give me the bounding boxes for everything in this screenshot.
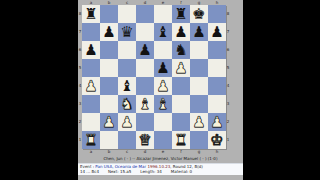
piece-black-pawn: ♟ — [102, 23, 115, 41]
letterbox-right — [243, 0, 320, 180]
rank-label-3: 3 — [226, 95, 230, 113]
rank-label-1: 1 — [226, 131, 230, 149]
piece-black-king: ♚ — [192, 5, 205, 23]
square-c5 — [118, 59, 136, 77]
square-d8 — [136, 5, 154, 23]
rank-labels-right: 87654321 — [226, 5, 230, 149]
square-h4 — [208, 77, 226, 95]
square-d7 — [136, 23, 154, 41]
square-e4: ♟ — [154, 77, 172, 95]
piece-white-pawn: ♟ — [174, 59, 187, 77]
piece-white-bishop: ♝ — [138, 95, 151, 113]
square-d1: ♛ — [136, 131, 154, 149]
square-e6 — [154, 41, 172, 59]
file-label-f: f — [172, 149, 190, 155]
next-move: Next: 15.a5 — [108, 169, 131, 174]
square-g3 — [190, 95, 208, 113]
square-f1: ♜ — [172, 131, 190, 149]
piece-white-queen: ♛ — [138, 131, 151, 149]
square-a6: ♟ — [82, 41, 100, 59]
piece-white-knight: ♞ — [120, 95, 133, 113]
square-a8: ♜ — [82, 5, 100, 23]
square-g4 — [190, 77, 208, 95]
square-a3 — [82, 95, 100, 113]
piece-white-pawn: ♟ — [102, 113, 115, 131]
file-label-e: e — [154, 149, 172, 155]
piece-white-king: ♚ — [210, 131, 223, 149]
square-g8: ♚ — [190, 5, 208, 23]
rank-label-6: 6 — [226, 41, 230, 59]
square-e1 — [154, 131, 172, 149]
rank-label-8: 8 — [226, 5, 230, 23]
square-f2 — [172, 113, 190, 131]
piece-black-pawn: ♟ — [84, 41, 97, 59]
square-f3 — [172, 95, 190, 113]
move-played: 14 ... Bc4 — [80, 169, 99, 174]
board-grid: ♜♜♚♟♛♝♟♟♟♟♟♞♟♟♟♝♟♞♝♝♟♟♟♟♜♛♜♚ — [82, 5, 226, 149]
file-labels-bottom: abcdefgh — [82, 149, 226, 155]
square-c6 — [118, 41, 136, 59]
square-d5 — [136, 59, 154, 77]
square-g1 — [190, 131, 208, 149]
letterbox-left — [0, 0, 78, 180]
video-frame: abcdefgh 87654321 ♜♜♚♟♛♝♟♟♟♟♟♞♟♟♟♝♟♞♝♝♟♟… — [0, 0, 320, 180]
rank-label-4: 4 — [226, 77, 230, 95]
square-e3: ♝ — [154, 95, 172, 113]
square-e5: ♟ — [154, 59, 172, 77]
square-b5 — [100, 59, 118, 77]
game-info-strip: Event : Pan USA, Oceania de Mar 1996.10.… — [78, 163, 243, 175]
square-d3: ♝ — [136, 95, 154, 113]
square-b3 — [100, 95, 118, 113]
square-f4 — [172, 77, 190, 95]
square-a5 — [82, 59, 100, 77]
players-caption: Chen, Jun ( - ) -- Alcazar Jimenez, Vict… — [78, 156, 243, 162]
square-h8 — [208, 5, 226, 23]
square-a4: ♟ — [82, 77, 100, 95]
piece-white-rook: ♜ — [174, 131, 187, 149]
piece-black-rook: ♜ — [84, 5, 97, 23]
square-g7: ♟ — [190, 23, 208, 41]
square-h5 — [208, 59, 226, 77]
square-f5: ♟ — [172, 59, 190, 77]
square-c1 — [118, 131, 136, 149]
square-b4 — [100, 77, 118, 95]
square-g6 — [190, 41, 208, 59]
square-c3: ♞ — [118, 95, 136, 113]
piece-white-pawn: ♟ — [120, 113, 133, 131]
square-h3 — [208, 95, 226, 113]
square-g2: ♟ — [190, 113, 208, 131]
square-c7: ♛ — [118, 23, 136, 41]
piece-white-pawn: ♟ — [156, 77, 169, 95]
piece-black-bishop: ♝ — [120, 77, 133, 95]
square-h2: ♟ — [208, 113, 226, 131]
square-a1: ♜ — [82, 131, 100, 149]
piece-white-rook: ♜ — [84, 131, 97, 149]
rank-label-5: 5 — [226, 59, 230, 77]
square-a2 — [82, 113, 100, 131]
piece-black-pawn: ♟ — [210, 23, 223, 41]
chess-diagram-panel: abcdefgh 87654321 ♜♜♚♟♛♝♟♟♟♟♟♞♟♟♟♝♟♞♝♝♟♟… — [78, 0, 243, 180]
square-d2 — [136, 113, 154, 131]
game-length: Length: 34 — [140, 169, 162, 174]
piece-white-pawn: ♟ — [192, 113, 205, 131]
piece-black-queen: ♛ — [120, 23, 133, 41]
file-label-g: g — [190, 149, 208, 155]
square-e8 — [154, 5, 172, 23]
file-label-h: h — [208, 149, 226, 155]
square-h6 — [208, 41, 226, 59]
piece-white-bishop: ♝ — [156, 95, 169, 113]
rank-label-7: 7 — [226, 23, 230, 41]
piece-white-pawn: ♟ — [210, 113, 223, 131]
square-e2 — [154, 113, 172, 131]
square-h7: ♟ — [208, 23, 226, 41]
piece-black-bishop: ♝ — [156, 23, 169, 41]
file-label-a: a — [82, 149, 100, 155]
piece-black-rook: ♜ — [174, 5, 187, 23]
square-b6 — [100, 41, 118, 59]
file-label-d: d — [136, 149, 154, 155]
square-c4: ♝ — [118, 77, 136, 95]
square-f7: ♟ — [172, 23, 190, 41]
square-b8 — [100, 5, 118, 23]
piece-black-pawn: ♟ — [192, 23, 205, 41]
square-f6: ♞ — [172, 41, 190, 59]
piece-black-pawn: ♟ — [138, 41, 151, 59]
material-balance: Material: 0 — [171, 169, 192, 174]
square-b2: ♟ — [100, 113, 118, 131]
piece-white-pawn: ♟ — [84, 77, 97, 95]
piece-black-pawn: ♟ — [174, 23, 187, 41]
file-label-b: b — [100, 149, 118, 155]
square-d4 — [136, 77, 154, 95]
square-b7: ♟ — [100, 23, 118, 41]
status-line: 14 ... Bc4 Next: 15.a5 Length: 34 Materi… — [78, 169, 243, 174]
piece-black-pawn: ♟ — [156, 59, 169, 77]
square-h1: ♚ — [208, 131, 226, 149]
square-g5 — [190, 59, 208, 77]
piece-black-knight: ♞ — [174, 41, 187, 59]
square-c8 — [118, 5, 136, 23]
square-f8: ♜ — [172, 5, 190, 23]
square-d6: ♟ — [136, 41, 154, 59]
square-b1 — [100, 131, 118, 149]
square-c2: ♟ — [118, 113, 136, 131]
square-a7 — [82, 23, 100, 41]
rank-label-2: 2 — [226, 113, 230, 131]
file-label-c: c — [118, 149, 136, 155]
square-e7: ♝ — [154, 23, 172, 41]
